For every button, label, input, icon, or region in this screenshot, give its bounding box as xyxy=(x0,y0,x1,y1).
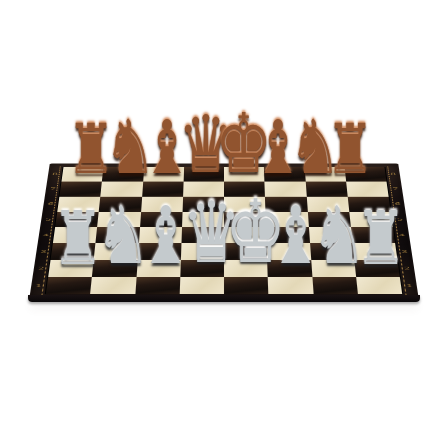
board-side-edge xyxy=(28,295,420,302)
silver-rook-a1[interactable]: ♜ xyxy=(52,202,98,276)
rank-label: 8 xyxy=(385,167,400,182)
silver-bishop-c1[interactable]: ♝ xyxy=(138,197,184,276)
silver-rook-h1[interactable]: ♜ xyxy=(355,202,401,276)
rank-label: 7 xyxy=(387,181,403,196)
pieces-layer: ♜ ♞ ♝ ♛ ♚ ♝ ♞ ♜ ♜ ♞ ♝ ♛ ♚ ♝ ♞ ♜ xyxy=(0,0,448,448)
silver-queen-d1[interactable]: ♛ xyxy=(182,192,228,276)
silver-knight-b1[interactable]: ♞ xyxy=(95,197,141,276)
product-photo: 8 7 6 5 4 3 2 1 8 7 6 5 4 3 2 1 A B C D … xyxy=(0,0,448,448)
silver-knight-g1[interactable]: ♞ xyxy=(311,197,357,276)
silver-king-e1[interactable]: ♚ xyxy=(225,189,271,276)
silver-bishop-f1[interactable]: ♝ xyxy=(268,197,314,276)
copper-rook-h8[interactable]: ♜ xyxy=(326,116,372,185)
